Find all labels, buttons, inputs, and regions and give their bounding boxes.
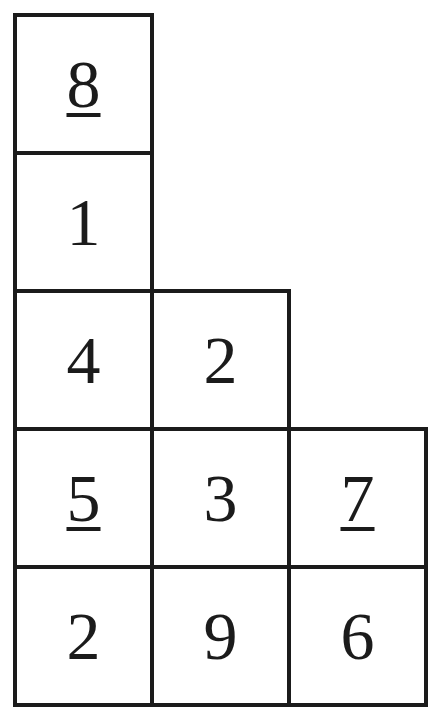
cell-value-r1c0: 1 (67, 188, 101, 256)
grid-cell-r4c0: 2 (13, 565, 154, 707)
cell-value-r3c0: 5 (67, 464, 101, 532)
cell-value-r2c1: 2 (204, 326, 238, 394)
puzzle-page: 8 1 4 2 5 3 7 2 9 6 (0, 0, 442, 716)
cell-value-r0c0: 8 (67, 50, 101, 118)
grid-cell-r3c2: 7 (287, 427, 428, 569)
cell-value-r3c2: 7 (341, 464, 375, 532)
grid-cell-r1c0: 1 (13, 151, 154, 293)
grid-cell-r0c0: 8 (13, 13, 154, 155)
grid-cell-r2c1: 2 (150, 289, 291, 431)
grid-cell-r3c1: 3 (150, 427, 291, 569)
cell-value-r4c2: 6 (341, 602, 375, 670)
cell-value-r2c0: 4 (67, 326, 101, 394)
puzzle-board: 8 1 4 2 5 3 7 2 9 6 (13, 13, 424, 703)
cell-value-r4c1: 9 (204, 602, 238, 670)
grid-cell-r4c2: 6 (287, 565, 428, 707)
grid-cell-r3c0: 5 (13, 427, 154, 569)
grid-cell-r4c1: 9 (150, 565, 291, 707)
cell-value-r3c1: 3 (204, 464, 238, 532)
cell-value-r4c0: 2 (67, 602, 101, 670)
grid-cell-r2c0: 4 (13, 289, 154, 431)
